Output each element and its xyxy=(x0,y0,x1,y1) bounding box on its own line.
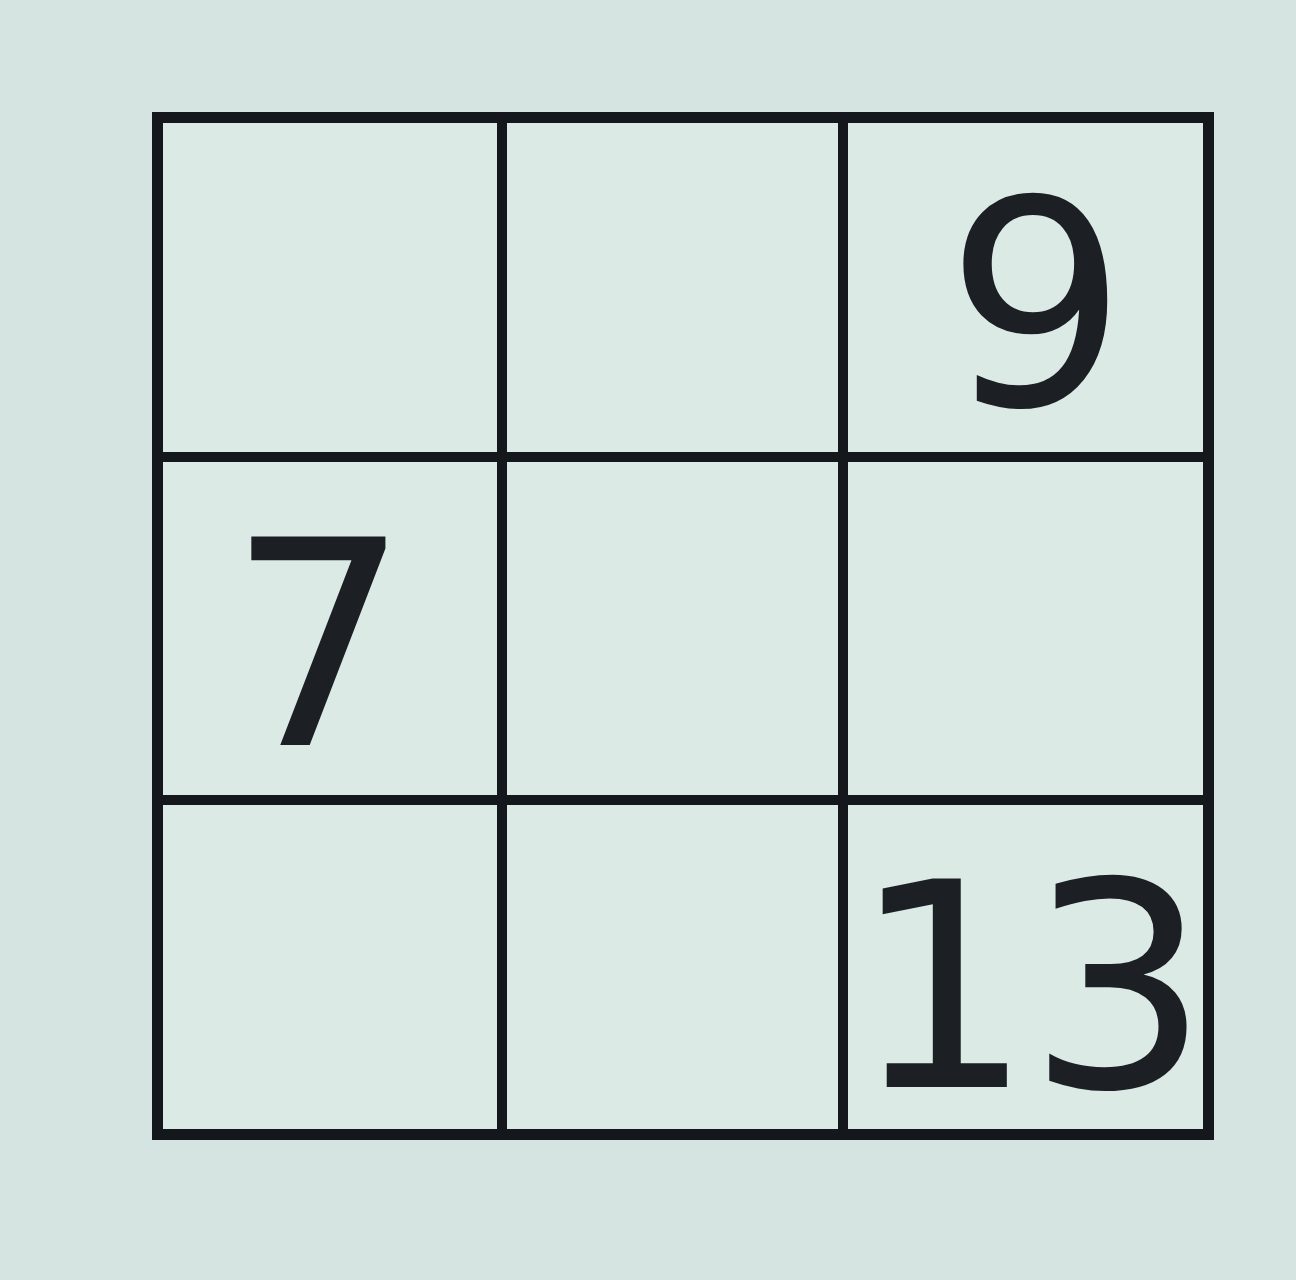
cell-r2c0[interactable] xyxy=(163,805,497,1129)
puzzle-grid-3x3: 9 7 13 xyxy=(152,112,1214,1140)
cell-value-7: 7 xyxy=(228,503,404,789)
cell-value-9: 9 xyxy=(945,163,1121,449)
cell-r2c1[interactable] xyxy=(507,805,838,1129)
cell-r1c1[interactable] xyxy=(507,462,838,795)
puzzle-page: 9 7 13 xyxy=(0,0,1296,1280)
cell-r0c0[interactable] xyxy=(163,123,497,452)
cell-value-13: 13 xyxy=(851,845,1203,1129)
cell-r1c2[interactable] xyxy=(848,462,1203,795)
cell-r2c2[interactable]: 13 xyxy=(848,805,1203,1129)
cell-r1c0[interactable]: 7 xyxy=(163,462,497,795)
cell-r0c1[interactable] xyxy=(507,123,838,452)
cell-r0c2[interactable]: 9 xyxy=(848,123,1203,452)
